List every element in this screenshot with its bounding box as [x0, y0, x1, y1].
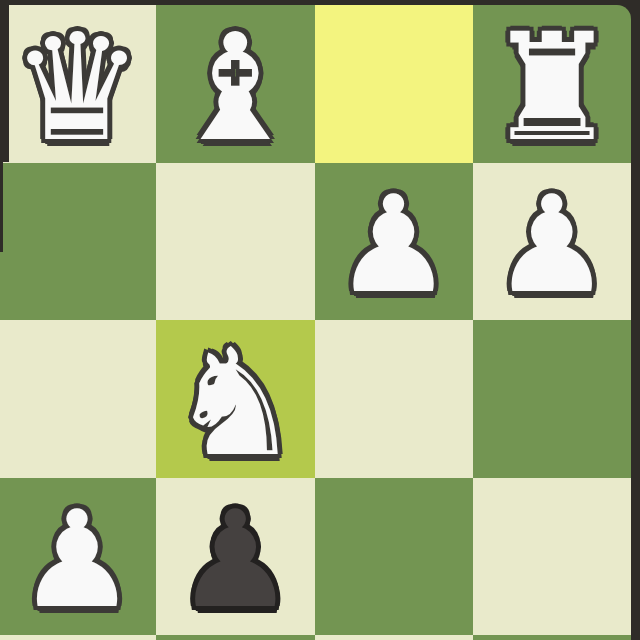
square-r1c1[interactable] — [156, 163, 314, 321]
app-background: ♛♝♜♟♟♞♟♟ — [0, 0, 640, 640]
square-r0c0[interactable]: ♛ — [0, 5, 156, 163]
white-bishop-piece[interactable]: ♝ — [169, 14, 302, 162]
white-knight-piece[interactable]: ♞ — [169, 329, 302, 477]
white-rook-piece[interactable]: ♜ — [486, 14, 619, 162]
square-r0c2[interactable] — [315, 5, 473, 163]
square-r0c3[interactable]: ♜ — [473, 5, 631, 163]
square-r2c0[interactable] — [0, 320, 156, 478]
square-r1c0[interactable] — [0, 163, 156, 321]
chess-board: ♛♝♜♟♟♞♟♟ — [0, 5, 631, 640]
square-r4c0[interactable] — [0, 635, 156, 640]
square-r0c1[interactable]: ♝ — [156, 5, 314, 163]
square-r3c1[interactable]: ♟ — [156, 478, 314, 636]
white-pawn-piece[interactable]: ♟ — [17, 493, 137, 627]
square-r3c3[interactable] — [473, 478, 631, 636]
square-r3c2[interactable] — [315, 478, 473, 636]
white-pawn-piece[interactable]: ♟ — [334, 178, 454, 312]
square-r2c3[interactable] — [473, 320, 631, 478]
square-r1c2[interactable]: ♟ — [315, 163, 473, 321]
square-r2c2[interactable] — [315, 320, 473, 478]
square-r2c1[interactable]: ♞ — [156, 320, 314, 478]
square-r3c0[interactable]: ♟ — [0, 478, 156, 636]
white-queen-piece[interactable]: ♛ — [11, 14, 144, 162]
app-background-edge — [0, 162, 3, 252]
square-r4c3[interactable] — [473, 635, 631, 640]
square-r4c2[interactable] — [315, 635, 473, 640]
black-pawn-piece[interactable]: ♟ — [175, 493, 295, 627]
square-r1c3[interactable]: ♟ — [473, 163, 631, 321]
square-r4c1[interactable] — [156, 635, 314, 640]
white-pawn-piece[interactable]: ♟ — [492, 178, 612, 312]
app-background-edge — [0, 0, 9, 162]
